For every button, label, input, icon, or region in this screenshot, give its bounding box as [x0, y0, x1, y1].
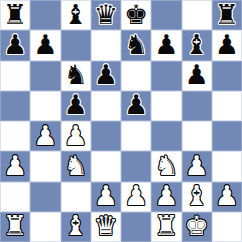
piece-black-rook[interactable]: ♜	[3, 1, 27, 28]
piece-black-rook[interactable]: ♜	[215, 1, 239, 28]
square-d4[interactable]	[91, 121, 121, 151]
square-b5[interactable]	[30, 91, 60, 121]
piece-white-rook[interactable]: ♜	[154, 212, 178, 239]
square-h7[interactable]: ♟	[212, 30, 242, 60]
square-h8[interactable]: ♜	[212, 0, 242, 30]
square-d2[interactable]: ♟	[91, 182, 121, 212]
piece-black-bishop[interactable]: ♝	[64, 1, 88, 28]
square-c6[interactable]: ♞	[61, 61, 91, 91]
square-a7[interactable]: ♟	[0, 30, 30, 60]
piece-black-pawn[interactable]: ♟	[124, 91, 148, 118]
piece-white-pawn[interactable]: ♟	[154, 182, 178, 209]
piece-white-pawn[interactable]: ♟	[64, 122, 88, 149]
piece-white-rook[interactable]: ♜	[3, 212, 27, 239]
square-c8[interactable]: ♝	[61, 0, 91, 30]
piece-white-bishop[interactable]: ♝	[64, 212, 88, 239]
square-d8[interactable]: ♛	[91, 0, 121, 30]
square-g8[interactable]	[182, 0, 212, 30]
square-b1[interactable]	[30, 212, 60, 242]
square-d5[interactable]	[91, 91, 121, 121]
piece-black-pawn[interactable]: ♟	[64, 91, 88, 118]
square-e7[interactable]: ♞	[121, 30, 151, 60]
square-h1[interactable]	[212, 212, 242, 242]
piece-black-knight[interactable]: ♞	[64, 61, 88, 88]
square-e2[interactable]: ♟	[121, 182, 151, 212]
square-g2[interactable]: ♝	[182, 182, 212, 212]
square-e4[interactable]	[121, 121, 151, 151]
square-f5[interactable]	[151, 91, 181, 121]
square-b4[interactable]: ♟	[30, 121, 60, 151]
square-h3[interactable]	[212, 151, 242, 181]
square-a2[interactable]	[0, 182, 30, 212]
square-e6[interactable]	[121, 61, 151, 91]
square-c4[interactable]: ♟	[61, 121, 91, 151]
square-b7[interactable]: ♟	[30, 30, 60, 60]
square-b6[interactable]	[30, 61, 60, 91]
piece-black-pawn[interactable]: ♟	[154, 31, 178, 58]
piece-white-pawn[interactable]: ♟	[33, 122, 57, 149]
piece-white-knight[interactable]: ♞	[64, 152, 88, 179]
square-f6[interactable]	[151, 61, 181, 91]
square-a4[interactable]	[0, 121, 30, 151]
piece-black-pawn[interactable]: ♟	[3, 31, 27, 58]
piece-black-king[interactable]: ♚	[124, 1, 148, 28]
piece-black-pawn[interactable]: ♟	[94, 61, 118, 88]
square-f4[interactable]	[151, 121, 181, 151]
square-h5[interactable]	[212, 91, 242, 121]
square-b8[interactable]	[30, 0, 60, 30]
square-h4[interactable]	[212, 121, 242, 151]
piece-white-king[interactable]: ♚	[185, 212, 209, 239]
piece-white-pawn[interactable]: ♟	[185, 152, 209, 179]
square-f1[interactable]: ♜	[151, 212, 181, 242]
square-c1[interactable]: ♝	[61, 212, 91, 242]
square-d7[interactable]	[91, 30, 121, 60]
square-g4[interactable]	[182, 121, 212, 151]
square-f2[interactable]: ♟	[151, 182, 181, 212]
square-f3[interactable]: ♞	[151, 151, 181, 181]
square-d3[interactable]	[91, 151, 121, 181]
square-g1[interactable]: ♚	[182, 212, 212, 242]
square-b2[interactable]	[30, 182, 60, 212]
square-a6[interactable]	[0, 61, 30, 91]
square-c3[interactable]: ♞	[61, 151, 91, 181]
square-a1[interactable]: ♜	[0, 212, 30, 242]
square-c2[interactable]	[61, 182, 91, 212]
square-e8[interactable]: ♚	[121, 0, 151, 30]
square-g3[interactable]: ♟	[182, 151, 212, 181]
square-f8[interactable]	[151, 0, 181, 30]
piece-white-pawn[interactable]: ♟	[94, 182, 118, 209]
square-f7[interactable]: ♟	[151, 30, 181, 60]
piece-black-knight[interactable]: ♞	[124, 31, 148, 58]
square-h6[interactable]	[212, 61, 242, 91]
square-a8[interactable]: ♜	[0, 0, 30, 30]
square-a5[interactable]	[0, 91, 30, 121]
piece-white-queen[interactable]: ♛	[94, 212, 118, 239]
square-g5[interactable]	[182, 91, 212, 121]
piece-white-pawn[interactable]: ♟	[3, 152, 27, 179]
piece-white-bishop[interactable]: ♝	[185, 182, 209, 209]
piece-black-pawn[interactable]: ♟	[215, 31, 239, 58]
square-c5[interactable]: ♟	[61, 91, 91, 121]
square-e3[interactable]	[121, 151, 151, 181]
square-d6[interactable]: ♟	[91, 61, 121, 91]
square-g6[interactable]: ♟	[182, 61, 212, 91]
chess-board: ♜♝♛♚♜♟♟♞♟♝♟♞♟♟♟♟♟♟♟♞♞♟♟♟♟♝♟♜♝♛♜♚	[0, 0, 242, 242]
square-h2[interactable]: ♟	[212, 182, 242, 212]
square-c7[interactable]	[61, 30, 91, 60]
piece-white-pawn[interactable]: ♟	[215, 182, 239, 209]
square-a3[interactable]: ♟	[0, 151, 30, 181]
square-b3[interactable]	[30, 151, 60, 181]
piece-black-pawn[interactable]: ♟	[33, 31, 57, 58]
piece-white-pawn[interactable]: ♟	[124, 182, 148, 209]
piece-white-knight[interactable]: ♞	[154, 152, 178, 179]
square-g7[interactable]: ♝	[182, 30, 212, 60]
piece-black-bishop[interactable]: ♝	[185, 31, 209, 58]
square-d1[interactable]: ♛	[91, 212, 121, 242]
square-e1[interactable]	[121, 212, 151, 242]
piece-black-queen[interactable]: ♛	[94, 1, 118, 28]
square-e5[interactable]: ♟	[121, 91, 151, 121]
piece-black-pawn[interactable]: ♟	[185, 61, 209, 88]
